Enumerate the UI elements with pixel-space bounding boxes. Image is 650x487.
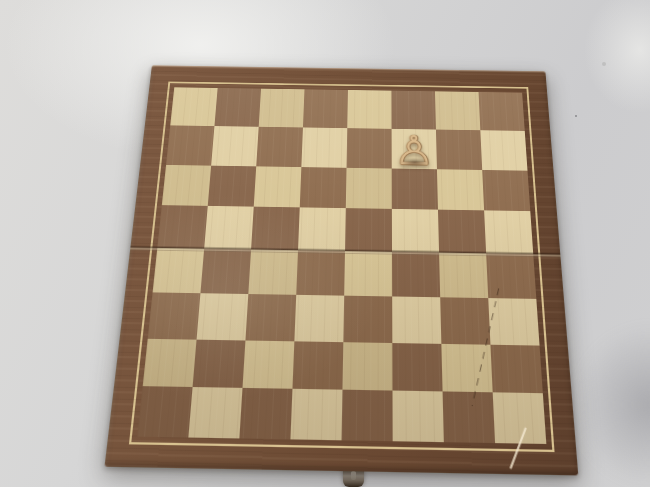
piece-shadow <box>395 155 434 169</box>
table-surface: ♙ <box>0 0 650 487</box>
surface-sheen-top-right <box>560 0 650 140</box>
piece-layer: ♙ <box>137 87 546 444</box>
chessboard: ♙ <box>104 65 578 475</box>
board-frame: ♙ <box>104 65 578 475</box>
pawn-glyph: ♙ <box>394 130 435 171</box>
white-pawn: ♙ <box>392 107 437 171</box>
clasp-pin <box>351 471 356 480</box>
dust-specks <box>575 115 577 117</box>
